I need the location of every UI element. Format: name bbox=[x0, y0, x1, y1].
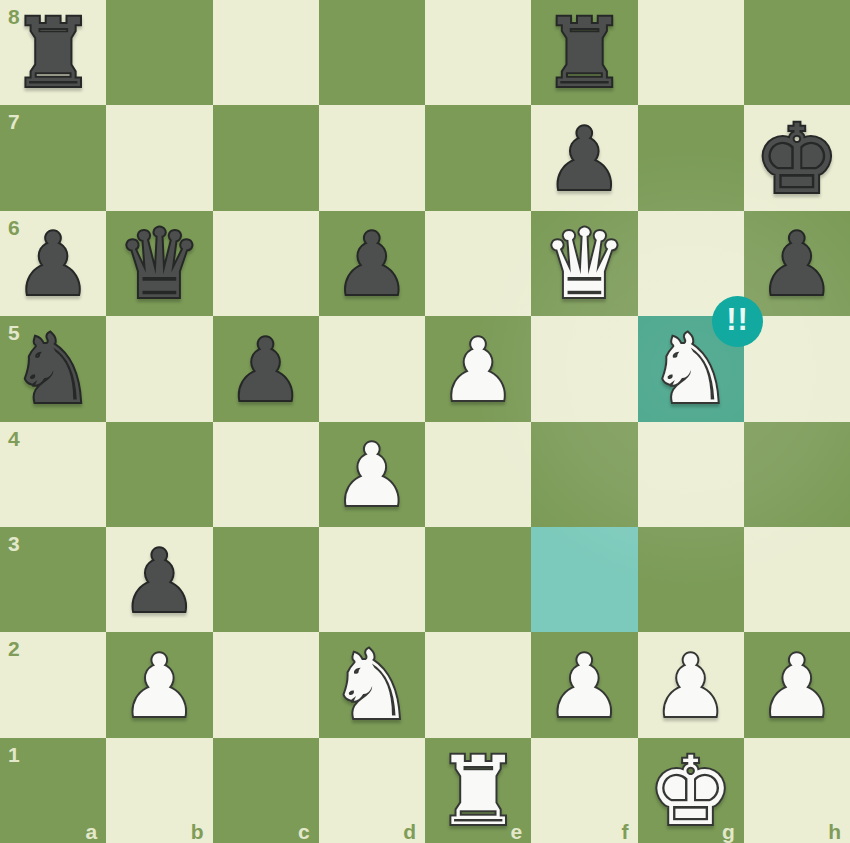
square-c5[interactable]: ♟ bbox=[213, 316, 319, 421]
rank-label-2: 2 bbox=[8, 637, 20, 661]
square-g8[interactable] bbox=[638, 0, 744, 105]
square-h7[interactable]: ♚ bbox=[744, 105, 850, 210]
black-pawn[interactable]: ♟ bbox=[0, 211, 106, 316]
square-a3[interactable]: 3 bbox=[0, 527, 106, 632]
square-b7[interactable] bbox=[106, 105, 212, 210]
square-g3[interactable] bbox=[638, 527, 744, 632]
square-f2[interactable]: ♟ bbox=[531, 632, 637, 737]
square-b8[interactable] bbox=[106, 0, 212, 105]
brilliant-move-badge: !! bbox=[712, 296, 763, 347]
square-a6[interactable]: 6♟ bbox=[0, 211, 106, 316]
black-queen[interactable]: ♛ bbox=[106, 211, 212, 316]
square-d7[interactable] bbox=[319, 105, 425, 210]
square-g1[interactable]: g♚ bbox=[638, 738, 744, 843]
square-c2[interactable] bbox=[213, 632, 319, 737]
rank-label-3: 3 bbox=[8, 532, 20, 556]
square-c6[interactable] bbox=[213, 211, 319, 316]
square-c7[interactable] bbox=[213, 105, 319, 210]
black-knight[interactable]: ♞ bbox=[0, 316, 106, 421]
square-a8[interactable]: 8♜ bbox=[0, 0, 106, 105]
white-king[interactable]: ♚ bbox=[638, 738, 744, 843]
file-label-f: f bbox=[622, 820, 629, 843]
white-queen[interactable]: ♛ bbox=[531, 211, 637, 316]
black-king[interactable]: ♚ bbox=[744, 105, 850, 210]
square-c1[interactable]: c bbox=[213, 738, 319, 843]
square-a7[interactable]: 7 bbox=[0, 105, 106, 210]
square-d1[interactable]: d bbox=[319, 738, 425, 843]
square-f8[interactable]: ♜ bbox=[531, 0, 637, 105]
white-pawn[interactable]: ♟ bbox=[106, 632, 212, 737]
rank-label-4: 4 bbox=[8, 427, 20, 451]
square-f1[interactable]: f bbox=[531, 738, 637, 843]
rank-label-7: 7 bbox=[8, 110, 20, 134]
square-e8[interactable] bbox=[425, 0, 531, 105]
square-c8[interactable] bbox=[213, 0, 319, 105]
square-a4[interactable]: 4 bbox=[0, 422, 106, 527]
square-g2[interactable]: ♟ bbox=[638, 632, 744, 737]
square-a2[interactable]: 2 bbox=[0, 632, 106, 737]
square-e4[interactable] bbox=[425, 422, 531, 527]
square-e7[interactable] bbox=[425, 105, 531, 210]
square-e3[interactable] bbox=[425, 527, 531, 632]
square-b3[interactable]: ♟ bbox=[106, 527, 212, 632]
square-e5[interactable]: ♟ bbox=[425, 316, 531, 421]
square-e6[interactable] bbox=[425, 211, 531, 316]
square-b5[interactable] bbox=[106, 316, 212, 421]
black-pawn[interactable]: ♟ bbox=[319, 211, 425, 316]
white-knight[interactable]: ♞ bbox=[319, 632, 425, 737]
square-f3[interactable] bbox=[531, 527, 637, 632]
square-h2[interactable]: ♟ bbox=[744, 632, 850, 737]
black-pawn[interactable]: ♟ bbox=[106, 527, 212, 632]
square-f4[interactable] bbox=[531, 422, 637, 527]
white-pawn[interactable]: ♟ bbox=[319, 422, 425, 527]
square-a5[interactable]: 5♞ bbox=[0, 316, 106, 421]
square-e1[interactable]: e♜ bbox=[425, 738, 531, 843]
square-c4[interactable] bbox=[213, 422, 319, 527]
white-pawn[interactable]: ♟ bbox=[638, 632, 744, 737]
square-f6[interactable]: ♛ bbox=[531, 211, 637, 316]
square-h6[interactable]: ♟ bbox=[744, 211, 850, 316]
white-pawn[interactable]: ♟ bbox=[425, 316, 531, 421]
square-h3[interactable] bbox=[744, 527, 850, 632]
file-label-a: a bbox=[86, 820, 98, 843]
square-f5[interactable] bbox=[531, 316, 637, 421]
black-rook[interactable]: ♜ bbox=[531, 0, 637, 105]
file-label-d: d bbox=[403, 820, 416, 843]
square-c3[interactable] bbox=[213, 527, 319, 632]
square-h1[interactable]: h bbox=[744, 738, 850, 843]
black-pawn[interactable]: ♟ bbox=[531, 105, 637, 210]
file-label-h: h bbox=[828, 820, 841, 843]
square-d2[interactable]: ♞ bbox=[319, 632, 425, 737]
white-pawn[interactable]: ♟ bbox=[744, 632, 850, 737]
square-g4[interactable] bbox=[638, 422, 744, 527]
file-label-b: b bbox=[191, 820, 204, 843]
square-h8[interactable] bbox=[744, 0, 850, 105]
square-b2[interactable]: ♟ bbox=[106, 632, 212, 737]
square-d4[interactable]: ♟ bbox=[319, 422, 425, 527]
square-a1[interactable]: 1a bbox=[0, 738, 106, 843]
square-e2[interactable] bbox=[425, 632, 531, 737]
chess-board-container: 8♜♜7♟♚6♟♛♟♛♟5♞♟♟♞4♟3♟2♟♞♟♟♟1abcde♜fg♚h !… bbox=[0, 0, 850, 843]
square-f7[interactable]: ♟ bbox=[531, 105, 637, 210]
white-rook[interactable]: ♜ bbox=[425, 738, 531, 843]
square-g7[interactable] bbox=[638, 105, 744, 210]
black-pawn[interactable]: ♟ bbox=[744, 211, 850, 316]
square-b1[interactable]: b bbox=[106, 738, 212, 843]
square-d3[interactable] bbox=[319, 527, 425, 632]
square-d5[interactable] bbox=[319, 316, 425, 421]
black-pawn[interactable]: ♟ bbox=[213, 316, 319, 421]
square-b4[interactable] bbox=[106, 422, 212, 527]
rank-label-1: 1 bbox=[8, 743, 20, 767]
file-label-c: c bbox=[298, 820, 310, 843]
square-b6[interactable]: ♛ bbox=[106, 211, 212, 316]
chess-board: 8♜♜7♟♚6♟♛♟♛♟5♞♟♟♞4♟3♟2♟♞♟♟♟1abcde♜fg♚h bbox=[0, 0, 850, 843]
black-rook[interactable]: ♜ bbox=[0, 0, 106, 105]
square-h4[interactable] bbox=[744, 422, 850, 527]
square-d6[interactable]: ♟ bbox=[319, 211, 425, 316]
square-d8[interactable] bbox=[319, 0, 425, 105]
white-pawn[interactable]: ♟ bbox=[531, 632, 637, 737]
